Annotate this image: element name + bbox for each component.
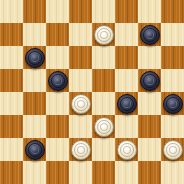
- square-e3[interactable]: [92, 115, 115, 138]
- square-e5[interactable]: [92, 69, 115, 92]
- square-e4: [92, 92, 115, 115]
- black-man-b2[interactable]: [25, 140, 45, 160]
- white-man-e7[interactable]: [94, 25, 114, 45]
- square-c7[interactable]: [46, 23, 69, 46]
- white-man-d4[interactable]: [71, 94, 91, 114]
- square-d3: [69, 115, 92, 138]
- square-g8: [138, 0, 161, 23]
- square-a2: [0, 138, 23, 161]
- square-a6: [0, 46, 23, 69]
- square-d8[interactable]: [69, 0, 92, 23]
- square-c6: [46, 46, 69, 69]
- white-man-d2[interactable]: [71, 140, 91, 160]
- square-f7: [115, 23, 138, 46]
- square-e1[interactable]: [92, 161, 115, 184]
- square-e2: [92, 138, 115, 161]
- square-a1[interactable]: [0, 161, 23, 184]
- square-f6[interactable]: [115, 46, 138, 69]
- square-d2[interactable]: [69, 138, 92, 161]
- checkers-board: [0, 0, 184, 184]
- square-d6[interactable]: [69, 46, 92, 69]
- black-man-g7[interactable]: [140, 25, 160, 45]
- square-h1: [161, 161, 184, 184]
- square-g5[interactable]: [138, 69, 161, 92]
- square-e6: [92, 46, 115, 69]
- square-a7[interactable]: [0, 23, 23, 46]
- square-h7: [161, 23, 184, 46]
- square-g7[interactable]: [138, 23, 161, 46]
- black-man-b6[interactable]: [25, 48, 45, 68]
- square-b2[interactable]: [23, 138, 46, 161]
- square-f2[interactable]: [115, 138, 138, 161]
- square-h4[interactable]: [161, 92, 184, 115]
- square-a3[interactable]: [0, 115, 23, 138]
- white-man-f2[interactable]: [117, 140, 137, 160]
- square-c2: [46, 138, 69, 161]
- square-b8[interactable]: [23, 0, 46, 23]
- square-b6[interactable]: [23, 46, 46, 69]
- square-h2[interactable]: [161, 138, 184, 161]
- square-g3[interactable]: [138, 115, 161, 138]
- square-h5: [161, 69, 184, 92]
- square-a4: [0, 92, 23, 115]
- square-g4: [138, 92, 161, 115]
- square-b4[interactable]: [23, 92, 46, 115]
- square-b1: [23, 161, 46, 184]
- square-d5: [69, 69, 92, 92]
- square-d1: [69, 161, 92, 184]
- square-d4[interactable]: [69, 92, 92, 115]
- square-d7: [69, 23, 92, 46]
- square-b7: [23, 23, 46, 46]
- square-f3: [115, 115, 138, 138]
- black-man-g5[interactable]: [140, 71, 160, 91]
- square-g2: [138, 138, 161, 161]
- black-man-c5[interactable]: [48, 71, 68, 91]
- square-c5[interactable]: [46, 69, 69, 92]
- square-c1[interactable]: [46, 161, 69, 184]
- square-h8[interactable]: [161, 0, 184, 23]
- white-man-h2[interactable]: [163, 140, 183, 160]
- square-a8: [0, 0, 23, 23]
- square-e8: [92, 0, 115, 23]
- square-g1[interactable]: [138, 161, 161, 184]
- black-man-f4[interactable]: [117, 94, 137, 114]
- black-man-h4[interactable]: [163, 94, 183, 114]
- square-c8: [46, 0, 69, 23]
- square-c4: [46, 92, 69, 115]
- square-g6: [138, 46, 161, 69]
- square-e7[interactable]: [92, 23, 115, 46]
- square-f4[interactable]: [115, 92, 138, 115]
- square-b3: [23, 115, 46, 138]
- square-f8[interactable]: [115, 0, 138, 23]
- square-f5: [115, 69, 138, 92]
- square-b5: [23, 69, 46, 92]
- square-a5[interactable]: [0, 69, 23, 92]
- square-h3: [161, 115, 184, 138]
- square-h6[interactable]: [161, 46, 184, 69]
- white-man-e3[interactable]: [94, 117, 114, 137]
- square-c3[interactable]: [46, 115, 69, 138]
- square-f1: [115, 161, 138, 184]
